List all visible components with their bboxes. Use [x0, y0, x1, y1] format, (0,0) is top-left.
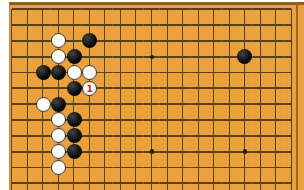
intersection[interactable] — [4, 49, 20, 65]
intersection[interactable] — [66, 65, 82, 81]
intersection[interactable] — [20, 65, 36, 81]
intersection[interactable] — [66, 49, 82, 65]
intersection[interactable] — [128, 144, 144, 160]
intersection[interactable] — [128, 17, 144, 33]
intersection[interactable] — [222, 144, 238, 160]
intersection[interactable] — [175, 33, 191, 49]
intersection[interactable] — [253, 144, 269, 160]
intersection[interactable] — [35, 112, 51, 128]
intersection[interactable] — [284, 49, 300, 65]
intersection[interactable] — [20, 17, 36, 33]
intersection[interactable] — [51, 17, 67, 33]
black-stone — [67, 81, 82, 96]
intersection[interactable] — [160, 65, 176, 81]
intersection[interactable] — [4, 144, 20, 160]
intersection[interactable] — [4, 175, 20, 190]
black-stone — [82, 33, 97, 48]
intersection[interactable] — [35, 65, 51, 81]
intersection[interactable] — [175, 160, 191, 176]
intersection[interactable] — [191, 49, 207, 65]
intersection[interactable] — [97, 128, 113, 144]
intersection[interactable] — [51, 49, 67, 65]
intersection[interactable] — [222, 33, 238, 49]
white-stone — [36, 97, 51, 112]
intersection[interactable] — [253, 17, 269, 33]
intersection[interactable] — [128, 65, 144, 81]
intersection[interactable] — [113, 49, 129, 65]
intersection[interactable] — [128, 112, 144, 128]
intersection[interactable] — [284, 80, 300, 96]
intersection[interactable] — [144, 128, 160, 144]
intersection[interactable] — [113, 96, 129, 112]
intersection[interactable] — [128, 33, 144, 49]
intersection[interactable] — [268, 144, 284, 160]
intersection[interactable] — [4, 33, 20, 49]
intersection[interactable] — [175, 175, 191, 190]
go-board-grid[interactable]: 1 — [4, 1, 299, 190]
intersection[interactable] — [51, 175, 67, 190]
intersection[interactable] — [206, 17, 222, 33]
intersection[interactable] — [66, 144, 82, 160]
intersection[interactable] — [206, 80, 222, 96]
intersection[interactable] — [222, 1, 238, 17]
intersection[interactable] — [66, 33, 82, 49]
intersection[interactable] — [82, 175, 98, 190]
intersection[interactable] — [284, 112, 300, 128]
intersection[interactable] — [237, 17, 253, 33]
intersection[interactable] — [268, 128, 284, 144]
intersection[interactable] — [284, 65, 300, 81]
intersection[interactable] — [175, 49, 191, 65]
intersection[interactable] — [66, 1, 82, 17]
intersection[interactable] — [191, 1, 207, 17]
intersection[interactable] — [268, 80, 284, 96]
intersection[interactable] — [268, 65, 284, 81]
intersection[interactable] — [35, 96, 51, 112]
intersection[interactable] — [253, 112, 269, 128]
intersection[interactable] — [268, 175, 284, 190]
intersection[interactable] — [4, 17, 20, 33]
intersection[interactable] — [82, 144, 98, 160]
intersection[interactable] — [20, 160, 36, 176]
intersection[interactable] — [175, 144, 191, 160]
intersection[interactable] — [237, 49, 253, 65]
intersection[interactable] — [284, 1, 300, 17]
intersection[interactable] — [160, 49, 176, 65]
intersection[interactable] — [35, 128, 51, 144]
intersection[interactable] — [128, 49, 144, 65]
intersection[interactable] — [237, 80, 253, 96]
intersection[interactable] — [160, 160, 176, 176]
intersection[interactable] — [66, 160, 82, 176]
intersection[interactable] — [35, 1, 51, 17]
intersection[interactable] — [160, 144, 176, 160]
intersection[interactable] — [35, 49, 51, 65]
intersection[interactable] — [191, 160, 207, 176]
intersection[interactable] — [128, 96, 144, 112]
white-stone — [51, 112, 66, 127]
intersection[interactable] — [191, 175, 207, 190]
intersection[interactable] — [253, 175, 269, 190]
intersection[interactable] — [222, 49, 238, 65]
intersection[interactable] — [144, 175, 160, 190]
intersection[interactable] — [113, 65, 129, 81]
intersection[interactable] — [284, 17, 300, 33]
intersection[interactable] — [20, 144, 36, 160]
intersection[interactable] — [237, 175, 253, 190]
intersection[interactable] — [222, 160, 238, 176]
intersection[interactable] — [51, 96, 67, 112]
intersection[interactable] — [35, 175, 51, 190]
intersection[interactable] — [20, 112, 36, 128]
intersection[interactable] — [268, 1, 284, 17]
intersection[interactable] — [113, 144, 129, 160]
intersection[interactable] — [144, 1, 160, 17]
white-stone — [51, 128, 66, 143]
screenshot: 1 — [0, 0, 304, 190]
intersection[interactable] — [4, 1, 20, 17]
intersection[interactable] — [253, 65, 269, 81]
intersection[interactable] — [144, 49, 160, 65]
intersection[interactable] — [160, 175, 176, 190]
intersection[interactable] — [206, 128, 222, 144]
intersection[interactable] — [237, 160, 253, 176]
intersection[interactable] — [113, 112, 129, 128]
intersection[interactable] — [20, 175, 36, 190]
intersection[interactable] — [253, 96, 269, 112]
intersection[interactable] — [82, 49, 98, 65]
intersection[interactable] — [268, 96, 284, 112]
white-stone — [51, 144, 66, 159]
intersection[interactable] — [160, 128, 176, 144]
intersection[interactable] — [175, 96, 191, 112]
intersection[interactable] — [4, 128, 20, 144]
intersection[interactable] — [128, 128, 144, 144]
intersection[interactable] — [191, 65, 207, 81]
intersection[interactable] — [128, 160, 144, 176]
intersection[interactable] — [144, 144, 160, 160]
black-stone — [51, 65, 66, 80]
intersection[interactable] — [4, 160, 20, 176]
intersection[interactable] — [66, 112, 82, 128]
black-stone — [51, 97, 66, 112]
intersection[interactable] — [51, 112, 67, 128]
intersection[interactable] — [284, 144, 300, 160]
intersection[interactable] — [97, 80, 113, 96]
intersection[interactable] — [253, 80, 269, 96]
intersection[interactable] — [206, 33, 222, 49]
intersection[interactable] — [222, 80, 238, 96]
intersection[interactable] — [82, 17, 98, 33]
intersection[interactable] — [206, 175, 222, 190]
black-stone — [237, 49, 252, 64]
intersection[interactable] — [191, 17, 207, 33]
intersection[interactable] — [113, 160, 129, 176]
intersection[interactable] — [4, 80, 20, 96]
intersection[interactable] — [284, 160, 300, 176]
intersection[interactable] — [144, 160, 160, 176]
intersection[interactable] — [82, 128, 98, 144]
intersection[interactable] — [206, 160, 222, 176]
intersection[interactable] — [113, 17, 129, 33]
intersection[interactable] — [144, 17, 160, 33]
intersection[interactable] — [284, 175, 300, 190]
intersection[interactable] — [253, 160, 269, 176]
intersection[interactable] — [97, 1, 113, 17]
intersection[interactable] — [253, 128, 269, 144]
white-stone — [51, 49, 66, 64]
intersection[interactable] — [35, 80, 51, 96]
intersection[interactable] — [51, 144, 67, 160]
intersection[interactable] — [206, 144, 222, 160]
white-stone: 1 — [82, 81, 97, 96]
intersection[interactable] — [253, 33, 269, 49]
intersection[interactable] — [97, 33, 113, 49]
intersection[interactable] — [237, 112, 253, 128]
white-stone — [51, 160, 66, 175]
intersection[interactable] — [4, 65, 20, 81]
intersection[interactable] — [191, 96, 207, 112]
black-stone — [67, 112, 82, 127]
intersection[interactable] — [35, 17, 51, 33]
intersection[interactable] — [113, 33, 129, 49]
intersection[interactable] — [206, 49, 222, 65]
intersection[interactable] — [113, 1, 129, 17]
intersection[interactable] — [284, 33, 300, 49]
intersection[interactable] — [237, 1, 253, 17]
intersection[interactable] — [97, 17, 113, 33]
white-stone — [51, 33, 66, 48]
intersection[interactable] — [113, 80, 129, 96]
intersection[interactable] — [175, 128, 191, 144]
intersection[interactable] — [191, 144, 207, 160]
intersection[interactable] — [144, 33, 160, 49]
intersection[interactable] — [97, 175, 113, 190]
intersection[interactable] — [253, 49, 269, 65]
intersection[interactable] — [35, 33, 51, 49]
intersection[interactable] — [128, 1, 144, 17]
intersection[interactable] — [191, 80, 207, 96]
intersection[interactable] — [144, 80, 160, 96]
intersection[interactable] — [268, 33, 284, 49]
intersection[interactable] — [237, 33, 253, 49]
intersection[interactable] — [268, 49, 284, 65]
intersection[interactable] — [51, 65, 67, 81]
intersection[interactable] — [206, 96, 222, 112]
intersection[interactable] — [206, 65, 222, 81]
intersection[interactable] — [51, 80, 67, 96]
intersection[interactable] — [51, 160, 67, 176]
black-stone — [67, 49, 82, 64]
intersection[interactable] — [206, 112, 222, 128]
intersection[interactable] — [191, 33, 207, 49]
intersection[interactable] — [66, 80, 82, 96]
black-stone — [67, 128, 82, 143]
intersection[interactable] — [144, 96, 160, 112]
intersection[interactable] — [128, 80, 144, 96]
intersection[interactable] — [82, 33, 98, 49]
intersection[interactable] — [175, 112, 191, 128]
intersection[interactable] — [97, 144, 113, 160]
intersection[interactable] — [113, 128, 129, 144]
intersection[interactable] — [66, 128, 82, 144]
intersection[interactable] — [128, 175, 144, 190]
intersection[interactable] — [175, 65, 191, 81]
intersection[interactable] — [206, 1, 222, 17]
intersection[interactable] — [222, 128, 238, 144]
intersection[interactable] — [175, 1, 191, 17]
intersection[interactable] — [20, 49, 36, 65]
intersection[interactable] — [97, 49, 113, 65]
intersection[interactable] — [82, 65, 98, 81]
intersection[interactable] — [82, 96, 98, 112]
intersection[interactable] — [237, 65, 253, 81]
intersection[interactable] — [175, 80, 191, 96]
intersection[interactable] — [160, 33, 176, 49]
white-stone — [82, 65, 97, 80]
intersection[interactable] — [82, 1, 98, 17]
intersection[interactable] — [4, 112, 20, 128]
intersection[interactable] — [51, 33, 67, 49]
intersection[interactable] — [237, 144, 253, 160]
intersection[interactable] — [160, 1, 176, 17]
intersection[interactable] — [284, 96, 300, 112]
intersection[interactable] — [51, 1, 67, 17]
intersection[interactable] — [82, 112, 98, 128]
intersection[interactable] — [160, 112, 176, 128]
black-stone — [67, 144, 82, 159]
intersection[interactable] — [66, 175, 82, 190]
intersection[interactable] — [66, 96, 82, 112]
intersection[interactable] — [113, 175, 129, 190]
intersection[interactable] — [222, 112, 238, 128]
black-stone — [36, 65, 51, 80]
star-point — [243, 149, 247, 153]
intersection[interactable] — [20, 1, 36, 17]
intersection[interactable] — [144, 112, 160, 128]
intersection[interactable] — [97, 160, 113, 176]
star-point — [150, 55, 154, 59]
intersection[interactable] — [191, 112, 207, 128]
intersection[interactable] — [20, 128, 36, 144]
intersection[interactable] — [191, 128, 207, 144]
intersection[interactable] — [222, 17, 238, 33]
intersection[interactable] — [160, 80, 176, 96]
intersection[interactable] — [97, 65, 113, 81]
intersection[interactable] — [160, 17, 176, 33]
intersection[interactable] — [97, 96, 113, 112]
intersection[interactable]: 1 — [82, 80, 98, 96]
intersection[interactable] — [97, 112, 113, 128]
intersection[interactable] — [35, 144, 51, 160]
intersection[interactable] — [268, 17, 284, 33]
intersection[interactable] — [268, 160, 284, 176]
intersection[interactable] — [144, 65, 160, 81]
intersection[interactable] — [222, 65, 238, 81]
intersection[interactable] — [35, 160, 51, 176]
intersection[interactable] — [20, 96, 36, 112]
star-point — [150, 149, 154, 153]
intersection[interactable] — [20, 80, 36, 96]
intersection[interactable] — [51, 128, 67, 144]
intersection[interactable] — [222, 175, 238, 190]
intersection[interactable] — [237, 96, 253, 112]
intersection[interactable] — [284, 128, 300, 144]
intersection[interactable] — [253, 1, 269, 17]
intersection[interactable] — [66, 17, 82, 33]
intersection[interactable] — [82, 160, 98, 176]
intersection[interactable] — [237, 128, 253, 144]
intersection[interactable] — [222, 96, 238, 112]
intersection[interactable] — [4, 96, 20, 112]
intersection[interactable] — [160, 96, 176, 112]
intersection[interactable] — [268, 112, 284, 128]
intersection[interactable] — [175, 17, 191, 33]
move-number-label: 1 — [87, 84, 93, 93]
white-stone — [67, 65, 82, 80]
intersection[interactable] — [20, 33, 36, 49]
